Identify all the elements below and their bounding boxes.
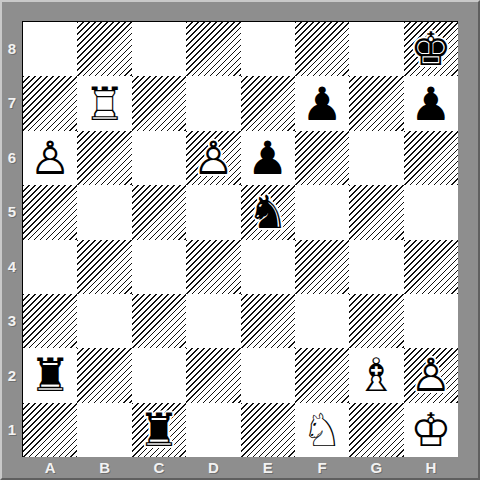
square-g3[interactable] <box>349 294 403 348</box>
square-d2[interactable] <box>186 348 240 402</box>
square-c1[interactable]: ♜♜ <box>132 403 186 457</box>
piece-halo: ♜ <box>23 348 77 402</box>
square-d1[interactable] <box>186 403 240 457</box>
white-bishop-icon: ♗ <box>349 348 403 402</box>
black-rook-icon: ♜ <box>132 403 186 457</box>
square-f1[interactable]: ♞♘ <box>295 403 349 457</box>
square-b6[interactable] <box>77 131 131 185</box>
piece-halo: ♞ <box>295 403 349 457</box>
square-g6[interactable] <box>349 131 403 185</box>
black-pawn-icon: ♟ <box>241 131 295 185</box>
piece-halo: ♚ <box>404 403 458 457</box>
square-b2[interactable] <box>77 348 131 402</box>
square-g4[interactable] <box>349 240 403 294</box>
square-h5[interactable] <box>404 185 458 239</box>
piece-halo: ♟ <box>186 131 240 185</box>
square-g2[interactable]: ♝♗ <box>349 348 403 402</box>
square-b3[interactable] <box>77 294 131 348</box>
square-e1[interactable] <box>241 403 295 457</box>
square-a1[interactable] <box>23 403 77 457</box>
square-e8[interactable] <box>241 22 295 76</box>
rank-label-3: 3 <box>8 312 16 329</box>
square-g1[interactable] <box>349 403 403 457</box>
square-c4[interactable] <box>132 240 186 294</box>
piece-halo: ♟ <box>23 131 77 185</box>
black-knight-icon: ♞ <box>241 185 295 239</box>
square-e3[interactable] <box>241 294 295 348</box>
square-c8[interactable] <box>132 22 186 76</box>
square-h1[interactable]: ♚♔ <box>404 403 458 457</box>
rank-label-4: 4 <box>8 258 16 275</box>
piece-halo: ♟ <box>295 76 349 130</box>
rank-labels: 87654321 <box>2 21 22 457</box>
black-king-icon: ♚ <box>404 22 458 76</box>
file-label-g: G <box>371 459 383 476</box>
piece-halo: ♜ <box>77 76 131 130</box>
square-h6[interactable] <box>404 131 458 185</box>
white-pawn-icon: ♙ <box>23 131 77 185</box>
square-a3[interactable] <box>23 294 77 348</box>
square-f5[interactable] <box>295 185 349 239</box>
square-h2[interactable]: ♟♙ <box>404 348 458 402</box>
square-a4[interactable] <box>23 240 77 294</box>
rank-label-1: 1 <box>8 421 16 438</box>
square-f4[interactable] <box>295 240 349 294</box>
piece-halo: ♟ <box>241 131 295 185</box>
square-h8[interactable]: ♚♚ <box>404 22 458 76</box>
white-rook-icon: ♖ <box>77 76 131 130</box>
square-a5[interactable] <box>23 185 77 239</box>
file-label-d: D <box>208 459 219 476</box>
square-g8[interactable] <box>349 22 403 76</box>
square-b1[interactable] <box>77 403 131 457</box>
file-labels: ABCDEFGH <box>23 457 458 478</box>
file-label-c: C <box>154 459 165 476</box>
square-e6[interactable]: ♟♟ <box>241 131 295 185</box>
square-d6[interactable]: ♟♙ <box>186 131 240 185</box>
piece-halo: ♞ <box>241 185 295 239</box>
square-d4[interactable] <box>186 240 240 294</box>
rank-label-6: 6 <box>8 149 16 166</box>
square-b7[interactable]: ♜♖ <box>77 76 131 130</box>
white-king-icon: ♔ <box>404 403 458 457</box>
square-a8[interactable] <box>23 22 77 76</box>
rank-label-7: 7 <box>8 94 16 111</box>
black-pawn-icon: ♟ <box>295 76 349 130</box>
square-f2[interactable] <box>295 348 349 402</box>
rank-label-2: 2 <box>8 367 16 384</box>
piece-halo: ♝ <box>349 348 403 402</box>
white-knight-icon: ♘ <box>295 403 349 457</box>
square-c5[interactable] <box>132 185 186 239</box>
black-pawn-icon: ♟ <box>404 76 458 130</box>
piece-halo: ♟ <box>404 76 458 130</box>
file-label-b: B <box>99 459 110 476</box>
square-a2[interactable]: ♜♜ <box>23 348 77 402</box>
file-label-a: A <box>45 459 56 476</box>
square-b5[interactable] <box>77 185 131 239</box>
piece-halo: ♟ <box>404 348 458 402</box>
chess-board: ♚♚♜♖♟♟♟♟♟♙♟♙♟♟♞♞♜♜♝♗♟♙♜♜♞♘♚♔ <box>22 21 458 457</box>
square-e2[interactable] <box>241 348 295 402</box>
square-d3[interactable] <box>186 294 240 348</box>
file-label-e: E <box>263 459 273 476</box>
square-d5[interactable] <box>186 185 240 239</box>
square-e4[interactable] <box>241 240 295 294</box>
square-e5[interactable]: ♞♞ <box>241 185 295 239</box>
square-h3[interactable] <box>404 294 458 348</box>
square-d7[interactable] <box>186 76 240 130</box>
square-c2[interactable] <box>132 348 186 402</box>
square-b8[interactable] <box>77 22 131 76</box>
square-a6[interactable]: ♟♙ <box>23 131 77 185</box>
board-frame: 87654321 ♚♚♜♖♟♟♟♟♟♙♟♙♟♟♞♞♜♜♝♗♟♙♜♜♞♘♚♔ AB… <box>0 0 480 480</box>
white-pawn-icon: ♙ <box>404 348 458 402</box>
square-g7[interactable] <box>349 76 403 130</box>
square-g5[interactable] <box>349 185 403 239</box>
file-label-h: H <box>425 459 436 476</box>
square-c3[interactable] <box>132 294 186 348</box>
rank-label-5: 5 <box>8 203 16 220</box>
square-h7[interactable]: ♟♟ <box>404 76 458 130</box>
square-a7[interactable] <box>23 76 77 130</box>
square-f8[interactable] <box>295 22 349 76</box>
square-f7[interactable]: ♟♟ <box>295 76 349 130</box>
square-e7[interactable] <box>241 76 295 130</box>
piece-halo: ♜ <box>132 403 186 457</box>
white-pawn-icon: ♙ <box>186 131 240 185</box>
square-h4[interactable] <box>404 240 458 294</box>
piece-halo: ♚ <box>404 22 458 76</box>
square-d8[interactable] <box>186 22 240 76</box>
square-f6[interactable] <box>295 131 349 185</box>
black-rook-icon: ♜ <box>23 348 77 402</box>
square-b4[interactable] <box>77 240 131 294</box>
square-c7[interactable] <box>132 76 186 130</box>
square-c6[interactable] <box>132 131 186 185</box>
rank-label-8: 8 <box>8 40 16 57</box>
file-label-f: F <box>317 459 326 476</box>
square-f3[interactable] <box>295 294 349 348</box>
